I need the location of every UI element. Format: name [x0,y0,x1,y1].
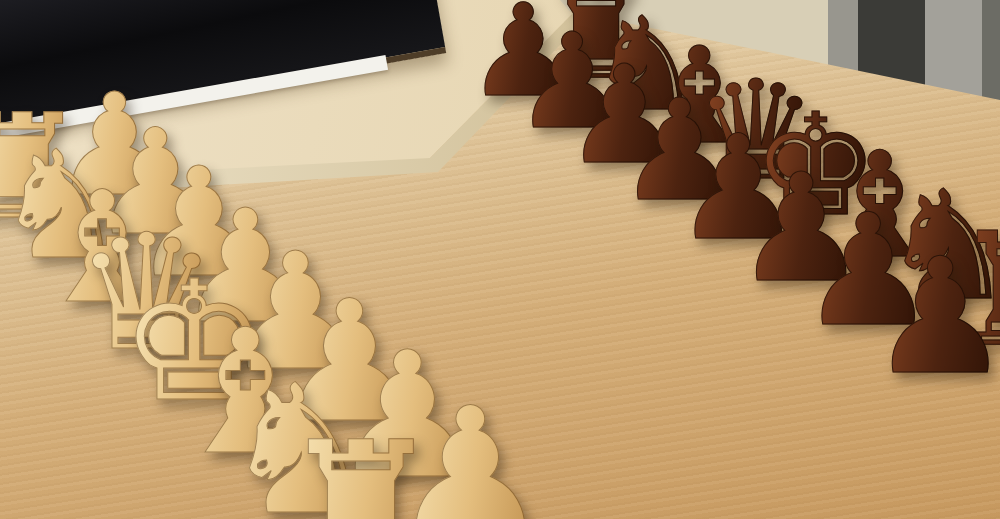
scene: 1122334455667788aabbccddeeffgghh ♜♟♞♟♝♟♛… [0,0,1000,519]
